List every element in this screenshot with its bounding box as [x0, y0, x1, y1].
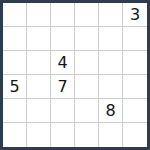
- grid-cell-r2c3[interactable]: [51, 27, 75, 51]
- grid-cell-r1c2[interactable]: [27, 3, 51, 27]
- grid-cell-r4c3[interactable]: 7: [51, 75, 75, 99]
- grid-cell-r3c3[interactable]: 4: [51, 51, 75, 75]
- grid-cell-r3c1[interactable]: [3, 51, 27, 75]
- grid-cell-r6c5[interactable]: [99, 123, 123, 147]
- puzzle-grid: 34578: [0, 0, 150, 150]
- grid-cell-r5c3[interactable]: [51, 99, 75, 123]
- grid-cell-r2c2[interactable]: [27, 27, 51, 51]
- grid-cell-r6c1[interactable]: [3, 123, 27, 147]
- grid-cell-r3c6[interactable]: [123, 51, 147, 75]
- grid-cell-r1c1[interactable]: [3, 3, 27, 27]
- grid-cell-r4c1[interactable]: 5: [3, 75, 27, 99]
- grid-cell-r4c2[interactable]: [27, 75, 51, 99]
- grid-cell-r2c6[interactable]: [123, 27, 147, 51]
- grid-cell-r2c4[interactable]: [75, 27, 99, 51]
- grid-cell-r3c4[interactable]: [75, 51, 99, 75]
- grid-cell-r6c4[interactable]: [75, 123, 99, 147]
- clue-digit: 8: [105, 103, 115, 119]
- grid-cell-r5c1[interactable]: [3, 99, 27, 123]
- grid-cell-r5c2[interactable]: [27, 99, 51, 123]
- grid-cell-r1c6[interactable]: 3: [123, 3, 147, 27]
- grid-cell-r3c5[interactable]: [99, 51, 123, 75]
- grid-cell-r5c4[interactable]: [75, 99, 99, 123]
- grid-cell-r2c5[interactable]: [99, 27, 123, 51]
- puzzle-board-wrap: 34578: [0, 0, 150, 150]
- grid-cell-r5c5[interactable]: 8: [99, 99, 123, 123]
- grid-cell-r4c6[interactable]: [123, 75, 147, 99]
- grid-cell-r6c3[interactable]: [51, 123, 75, 147]
- grid-cell-r1c4[interactable]: [75, 3, 99, 27]
- clue-digit: 5: [9, 79, 19, 95]
- clue-digit: 3: [130, 7, 140, 23]
- clue-digit: 7: [57, 79, 67, 95]
- clue-digit: 4: [57, 55, 67, 71]
- grid-cell-r1c5[interactable]: [99, 3, 123, 27]
- grid-cell-r5c6[interactable]: [123, 99, 147, 123]
- grid-cell-r6c6[interactable]: [123, 123, 147, 147]
- grid-cell-r6c2[interactable]: [27, 123, 51, 147]
- grid-cell-r2c1[interactable]: [3, 27, 27, 51]
- grid-cell-r3c2[interactable]: [27, 51, 51, 75]
- grid-cell-r4c4[interactable]: [75, 75, 99, 99]
- grid-cell-r4c5[interactable]: [99, 75, 123, 99]
- grid-cell-r1c3[interactable]: [51, 3, 75, 27]
